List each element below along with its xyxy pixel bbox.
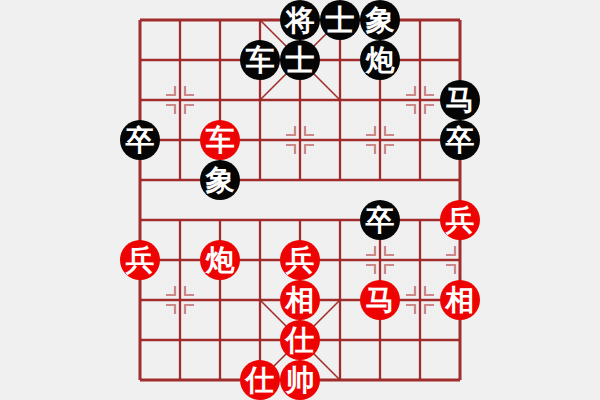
board-point-0-1[interactable] (120, 40, 160, 80)
board-point-3-6[interactable] (240, 240, 280, 280)
board-point-7-7[interactable] (400, 280, 440, 320)
board-point-1-0[interactable] (160, 0, 200, 40)
board-point-7-9[interactable] (400, 360, 440, 400)
board-point-8-1[interactable] (440, 40, 480, 80)
board-point-1-6[interactable] (160, 240, 200, 280)
piece-red-soldier[interactable]: 兵 (120, 240, 160, 280)
board-point-7-0[interactable] (400, 0, 440, 40)
board-point-2-7[interactable] (200, 280, 240, 320)
piece-black-horse[interactable]: 马 (440, 80, 480, 120)
piece-red-cannon[interactable]: 炮 (200, 240, 240, 280)
board-point-5-4[interactable] (320, 160, 360, 200)
board-point-8-8[interactable] (440, 320, 480, 360)
piece-black-cannon[interactable]: 炮 (360, 40, 400, 80)
board-point-3-2[interactable] (240, 80, 280, 120)
board-point-0-8[interactable] (120, 320, 160, 360)
piece-black-soldier[interactable]: 卒 (440, 120, 480, 160)
board-point-5-9[interactable] (320, 360, 360, 400)
board-point-5-5[interactable] (320, 200, 360, 240)
board-point-8-0[interactable] (440, 0, 480, 40)
board-point-1-5[interactable] (160, 200, 200, 240)
board-point-3-0[interactable] (240, 0, 280, 40)
piece-black-elephant[interactable]: 象 (360, 0, 400, 40)
board-point-6-4[interactable] (360, 160, 400, 200)
board-point-1-8[interactable] (160, 320, 200, 360)
board-point-1-2[interactable] (160, 80, 200, 120)
board-point-5-1[interactable] (320, 40, 360, 80)
piece-red-advisor[interactable]: 仕 (240, 360, 280, 400)
piece-black-general[interactable]: 将 (280, 0, 320, 40)
piece-red-soldier[interactable]: 兵 (280, 240, 320, 280)
piece-red-elephant[interactable]: 相 (440, 280, 480, 320)
board-point-7-8[interactable] (400, 320, 440, 360)
board-point-7-4[interactable] (400, 160, 440, 200)
board-point-0-0[interactable] (120, 0, 160, 40)
board-point-7-6[interactable] (400, 240, 440, 280)
board-grid: 将士象车士炮马卒车卒象卒兵兵炮兵相马相仕仕帅 (120, 0, 480, 400)
board-point-8-6[interactable] (440, 240, 480, 280)
piece-red-horse[interactable]: 马 (360, 280, 400, 320)
board-point-6-9[interactable] (360, 360, 400, 400)
board-point-5-3[interactable] (320, 120, 360, 160)
piece-black-advisor[interactable]: 士 (320, 0, 360, 40)
board-point-4-4[interactable] (280, 160, 320, 200)
board-point-1-3[interactable] (160, 120, 200, 160)
board-point-7-1[interactable] (400, 40, 440, 80)
board-point-4-2[interactable] (280, 80, 320, 120)
board-point-3-7[interactable] (240, 280, 280, 320)
board-point-2-0[interactable] (200, 0, 240, 40)
board-point-6-3[interactable] (360, 120, 400, 160)
piece-red-soldier[interactable]: 兵 (440, 200, 480, 240)
board-point-3-8[interactable] (240, 320, 280, 360)
piece-black-chariot[interactable]: 车 (240, 40, 280, 80)
piece-red-general[interactable]: 帅 (280, 360, 320, 400)
board-point-1-4[interactable] (160, 160, 200, 200)
piece-red-advisor[interactable]: 仕 (280, 320, 320, 360)
board-point-2-5[interactable] (200, 200, 240, 240)
board-point-3-3[interactable] (240, 120, 280, 160)
piece-black-soldier[interactable]: 卒 (120, 120, 160, 160)
board-point-2-8[interactable] (200, 320, 240, 360)
board-point-1-1[interactable] (160, 40, 200, 80)
piece-red-elephant[interactable]: 相 (280, 280, 320, 320)
piece-red-chariot[interactable]: 车 (200, 120, 240, 160)
board-point-5-8[interactable] (320, 320, 360, 360)
board-point-6-2[interactable] (360, 80, 400, 120)
board-point-2-1[interactable] (200, 40, 240, 80)
board-point-2-9[interactable] (200, 360, 240, 400)
board-point-5-6[interactable] (320, 240, 360, 280)
xiangqi-app: 将士象车士炮马卒车卒象卒兵兵炮兵相马相仕仕帅 (0, 0, 600, 400)
board-point-4-3[interactable] (280, 120, 320, 160)
board-point-3-5[interactable] (240, 200, 280, 240)
board-point-1-7[interactable] (160, 280, 200, 320)
board-point-1-9[interactable] (160, 360, 200, 400)
board-point-0-5[interactable] (120, 200, 160, 240)
board-point-0-2[interactable] (120, 80, 160, 120)
board-point-6-6[interactable] (360, 240, 400, 280)
board-point-0-7[interactable] (120, 280, 160, 320)
board-point-2-2[interactable] (200, 80, 240, 120)
board-point-7-2[interactable] (400, 80, 440, 120)
board-point-0-4[interactable] (120, 160, 160, 200)
piece-black-soldier[interactable]: 卒 (360, 200, 400, 240)
board-point-8-4[interactable] (440, 160, 480, 200)
board-point-8-9[interactable] (440, 360, 480, 400)
board-point-3-4[interactable] (240, 160, 280, 200)
board-point-5-2[interactable] (320, 80, 360, 120)
board-point-5-7[interactable] (320, 280, 360, 320)
piece-black-elephant[interactable]: 象 (200, 160, 240, 200)
board-point-7-3[interactable] (400, 120, 440, 160)
board-point-6-8[interactable] (360, 320, 400, 360)
board-point-7-5[interactable] (400, 200, 440, 240)
piece-black-advisor[interactable]: 士 (280, 40, 320, 80)
board-point-0-9[interactable] (120, 360, 160, 400)
board-point-4-5[interactable] (280, 200, 320, 240)
